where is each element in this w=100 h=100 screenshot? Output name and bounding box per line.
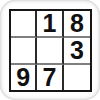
- cell-r3c3[interactable]: [64, 65, 90, 90]
- cell-r2c3[interactable]: 3: [64, 38, 90, 65]
- cell-r1c2[interactable]: 1: [37, 11, 63, 38]
- sudoku-grid: 1 8 3 9 7: [9, 9, 92, 92]
- cell-r3c2[interactable]: 7: [37, 65, 63, 90]
- cell-r1c3[interactable]: 8: [64, 11, 90, 38]
- cell-r1c1[interactable]: [11, 11, 37, 38]
- sudoku-app-tile[interactable]: 1 8 3 9 7: [0, 0, 100, 100]
- cell-r2c2[interactable]: [37, 38, 63, 65]
- cell-r2c1[interactable]: [11, 38, 37, 65]
- cell-r3c1[interactable]: 9: [11, 65, 37, 90]
